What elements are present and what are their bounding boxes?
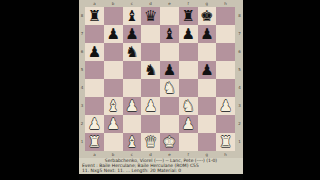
square-c2 (123, 115, 142, 133)
black-rook-f8: ♜ (179, 7, 198, 25)
square-f5 (179, 61, 198, 79)
black-pawn-f7: ♟ (179, 25, 198, 43)
letterbox-right (243, 0, 320, 180)
square-b1 (104, 133, 123, 151)
square-f8: ♜ (179, 7, 198, 25)
rank-label-2: 2 (236, 115, 243, 133)
square-c8: ♝ (123, 7, 142, 25)
chess-board: ♜♝♛♜♚♟♟♝♟♟♟♞♞♟♟♞♝♟♟♞♟♟♟♟♜♝♛♚♜ (85, 7, 235, 151)
white-queen-d1: ♛ (141, 133, 160, 151)
square-d7 (141, 25, 160, 43)
white-knight-f3: ♞ (179, 97, 198, 115)
white-pawn-c3: ♟ (123, 97, 142, 115)
black-king-g8: ♚ (198, 7, 217, 25)
file-label-e: e (160, 0, 179, 7)
file-label-c: c (123, 0, 142, 7)
black-bishop-c8: ♝ (123, 7, 142, 25)
caption-status: 11. Nxg5 Next: 11. ... Length: 20 Materi… (79, 168, 243, 173)
square-a7 (85, 25, 104, 43)
square-c3: ♟ (123, 97, 142, 115)
caption-strip: Serbabchenko, Viorel (----) -- Lanc, Pet… (79, 158, 243, 174)
white-pawn-f2: ♟ (179, 115, 198, 133)
square-c6: ♞ (123, 43, 142, 61)
file-label-d: d (141, 0, 160, 7)
white-bishop-c1: ♝ (123, 133, 142, 151)
video-frame: abcdefgh abcdefgh 87654321 87654321 ♜♝♛♜… (0, 0, 320, 180)
black-pawn-b7: ♟ (104, 25, 123, 43)
file-label-h: h (216, 0, 235, 7)
square-c1: ♝ (123, 133, 142, 151)
square-h8 (216, 7, 235, 25)
file-label-f: f (179, 151, 198, 158)
square-f7: ♟ (179, 25, 198, 43)
file-labels-bottom: abcdefgh (85, 151, 235, 158)
square-g3 (198, 97, 217, 115)
square-a4 (85, 79, 104, 97)
white-knight-e4: ♞ (160, 79, 179, 97)
black-pawn-g5: ♟ (198, 61, 217, 79)
square-b6 (104, 43, 123, 61)
square-f1 (179, 133, 198, 151)
square-c5 (123, 61, 142, 79)
square-e1: ♚ (160, 133, 179, 151)
square-h2 (216, 115, 235, 133)
square-h3: ♟ (216, 97, 235, 115)
square-a1: ♜ (85, 133, 104, 151)
square-h5 (216, 61, 235, 79)
square-e3 (160, 97, 179, 115)
black-knight-c6: ♞ (123, 43, 142, 61)
white-king-e1: ♚ (160, 133, 179, 151)
square-h6 (216, 43, 235, 61)
white-pawn-h3: ♟ (216, 97, 235, 115)
white-pawn-d3: ♟ (141, 97, 160, 115)
square-g7: ♟ (198, 25, 217, 43)
rank-labels-right: 87654321 (236, 7, 243, 151)
square-f3: ♞ (179, 97, 198, 115)
square-h4 (216, 79, 235, 97)
file-label-b: b (104, 0, 123, 7)
square-b2: ♟ (104, 115, 123, 133)
square-b5 (104, 61, 123, 79)
black-rook-a8: ♜ (85, 7, 104, 25)
square-e2 (160, 115, 179, 133)
rank-label-6: 6 (236, 43, 243, 61)
square-d6 (141, 43, 160, 61)
file-label-h: h (216, 151, 235, 158)
square-f4 (179, 79, 198, 97)
white-pawn-b2: ♟ (104, 115, 123, 133)
square-h7 (216, 25, 235, 43)
square-a2: ♟ (85, 115, 104, 133)
white-rook-a1: ♜ (85, 133, 104, 151)
square-d3: ♟ (141, 97, 160, 115)
square-h1: ♜ (216, 133, 235, 151)
black-pawn-g7: ♟ (198, 25, 217, 43)
white-rook-h1: ♜ (216, 133, 235, 151)
bottom-letterbox (79, 174, 243, 180)
square-e6 (160, 43, 179, 61)
square-b7: ♟ (104, 25, 123, 43)
square-e4: ♞ (160, 79, 179, 97)
file-label-g: g (198, 151, 217, 158)
file-label-g: g (198, 0, 217, 7)
white-bishop-b3: ♝ (104, 97, 123, 115)
square-a5 (85, 61, 104, 79)
black-pawn-a6: ♟ (85, 43, 104, 61)
square-f2: ♟ (179, 115, 198, 133)
rank-label-4: 4 (236, 79, 243, 97)
square-a3 (85, 97, 104, 115)
file-labels-top: abcdefgh (85, 0, 235, 7)
square-g1 (198, 133, 217, 151)
square-g4 (198, 79, 217, 97)
file-label-f: f (179, 0, 198, 7)
file-label-e: e (160, 151, 179, 158)
square-c7: ♟ (123, 25, 142, 43)
black-pawn-e5: ♟ (160, 61, 179, 79)
square-e8 (160, 7, 179, 25)
black-pawn-c7: ♟ (123, 25, 142, 43)
rank-label-7: 7 (236, 25, 243, 43)
chess-board-frame: abcdefgh abcdefgh 87654321 87654321 ♜♝♛♜… (79, 0, 243, 158)
black-knight-d5: ♞ (141, 61, 160, 79)
square-d1: ♛ (141, 133, 160, 151)
white-pawn-a2: ♟ (85, 115, 104, 133)
square-g5: ♟ (198, 61, 217, 79)
black-queen-d8: ♛ (141, 7, 160, 25)
rank-label-1: 1 (236, 133, 243, 151)
square-g6 (198, 43, 217, 61)
square-g2 (198, 115, 217, 133)
square-b8 (104, 7, 123, 25)
square-d2 (141, 115, 160, 133)
square-c4 (123, 79, 142, 97)
file-label-a: a (85, 151, 104, 158)
square-e7: ♝ (160, 25, 179, 43)
rank-label-8: 8 (236, 7, 243, 25)
square-d4 (141, 79, 160, 97)
rank-label-3: 3 (236, 97, 243, 115)
square-f6 (179, 43, 198, 61)
file-label-b: b (104, 151, 123, 158)
square-b3: ♝ (104, 97, 123, 115)
letterbox-left (0, 0, 79, 180)
square-e5: ♟ (160, 61, 179, 79)
rank-label-5: 5 (236, 61, 243, 79)
square-g8: ♚ (198, 7, 217, 25)
square-a8: ♜ (85, 7, 104, 25)
file-label-c: c (123, 151, 142, 158)
black-bishop-e7: ♝ (160, 25, 179, 43)
square-b4 (104, 79, 123, 97)
square-d8: ♛ (141, 7, 160, 25)
file-label-d: d (141, 151, 160, 158)
square-d5: ♞ (141, 61, 160, 79)
file-label-a: a (85, 0, 104, 7)
square-a6: ♟ (85, 43, 104, 61)
